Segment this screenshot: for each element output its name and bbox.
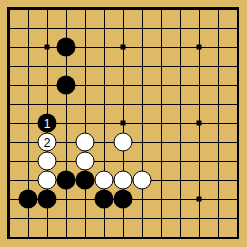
- hoshi-point: [121, 121, 126, 126]
- stone-black-c7: 1: [38, 114, 57, 133]
- stone-black-d9: [57, 76, 76, 95]
- stone-black-g3: [114, 190, 133, 209]
- hoshi-point: [197, 197, 202, 202]
- stone-black-f3: [95, 190, 114, 209]
- stone-white-c4: [38, 171, 57, 190]
- stones-layer: 12: [0, 0, 247, 247]
- go-diagram: 12: [0, 0, 247, 247]
- stone-white-f4: [95, 171, 114, 190]
- hoshi-point: [45, 45, 50, 50]
- stone-black-d11: [57, 38, 76, 57]
- stone-white-e6: [76, 133, 95, 152]
- stone-black-c3: [38, 190, 57, 209]
- move-number: 2: [44, 136, 51, 148]
- stone-white-c6: 2: [38, 133, 57, 152]
- hoshi-point: [197, 121, 202, 126]
- hoshi-point: [121, 45, 126, 50]
- stone-black-b3: [19, 190, 38, 209]
- stone-black-e4: [76, 171, 95, 190]
- stone-white-g4: [114, 171, 133, 190]
- hoshi-point: [197, 45, 202, 50]
- stone-white-c5: [38, 152, 57, 171]
- stone-white-e5: [76, 152, 95, 171]
- stone-white-h4: [133, 171, 152, 190]
- stone-white-g6: [114, 133, 133, 152]
- stone-black-d4: [57, 171, 76, 190]
- move-number: 1: [44, 117, 51, 129]
